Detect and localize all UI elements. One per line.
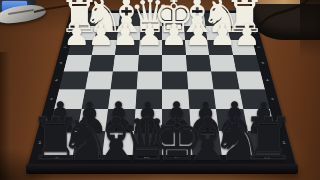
square-e4[interactable] [162, 71, 188, 89]
square-g5[interactable] [209, 55, 236, 71]
piece-black-rook[interactable]: ♜ [238, 109, 298, 169]
square-g4[interactable] [211, 71, 239, 89]
square-f4[interactable] [187, 71, 214, 89]
square-f5[interactable] [186, 55, 212, 71]
piece-white-pawn[interactable]: ♟ [232, 20, 262, 50]
square-h4[interactable] [236, 71, 265, 89]
dark-object-edge [300, 0, 320, 58]
square-a4[interactable] [59, 71, 88, 89]
square-e5[interactable] [162, 55, 187, 71]
square-b5[interactable] [88, 55, 115, 71]
square-c5[interactable] [113, 55, 139, 71]
square-h5[interactable] [233, 55, 261, 71]
square-a5[interactable] [64, 55, 92, 71]
square-c4[interactable] [111, 71, 138, 89]
square-b4[interactable] [85, 71, 113, 89]
square-d4[interactable] [136, 71, 162, 89]
square-d5[interactable] [137, 55, 162, 71]
photo-stage: ABCDEFGH 87654321 87654321 ♜♞♝♛♚♝♞♜♟♟♟♟♟… [0, 0, 320, 180]
